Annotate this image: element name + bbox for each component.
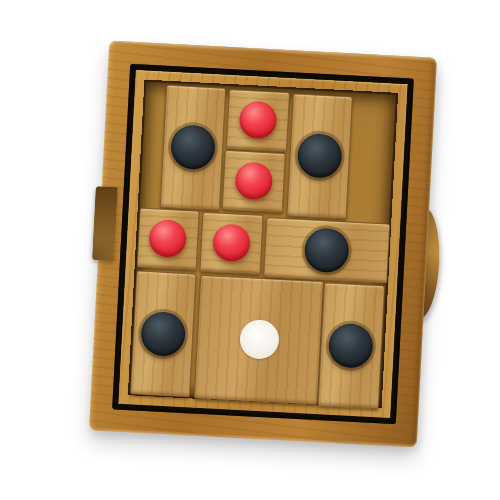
block-E-square-1x1[interactable] [136, 207, 200, 270]
black-peg [328, 322, 374, 368]
red-peg [148, 220, 187, 259]
block-A-vertical-1x2[interactable] [159, 84, 226, 210]
black-peg [303, 227, 349, 273]
red-peg [212, 224, 251, 263]
tray-wall [118, 70, 407, 418]
block-F-square-1x1[interactable] [199, 212, 263, 275]
outer-frame [89, 41, 437, 448]
black-peg [296, 133, 342, 179]
product-photo-scene [0, 0, 500, 500]
block-I-hero-2x2[interactable] [194, 275, 324, 405]
red-peg [234, 162, 273, 201]
block-J-vertical-1x2[interactable] [318, 282, 385, 408]
block-B-square-1x1[interactable] [226, 89, 290, 152]
puzzle-board [128, 80, 398, 409]
block-H-vertical-1x2[interactable] [129, 270, 196, 396]
puzzle-box [89, 41, 437, 448]
block-G-horizontal-2x1[interactable] [263, 217, 390, 284]
white-dot [238, 319, 279, 360]
red-peg [238, 101, 277, 140]
black-peg [170, 124, 216, 170]
frame-groove [112, 64, 414, 424]
black-peg [140, 311, 186, 357]
left-side-notch [92, 186, 118, 261]
block-D-vertical-1x2[interactable] [286, 93, 353, 219]
block-C-square-1x1[interactable] [222, 150, 286, 213]
